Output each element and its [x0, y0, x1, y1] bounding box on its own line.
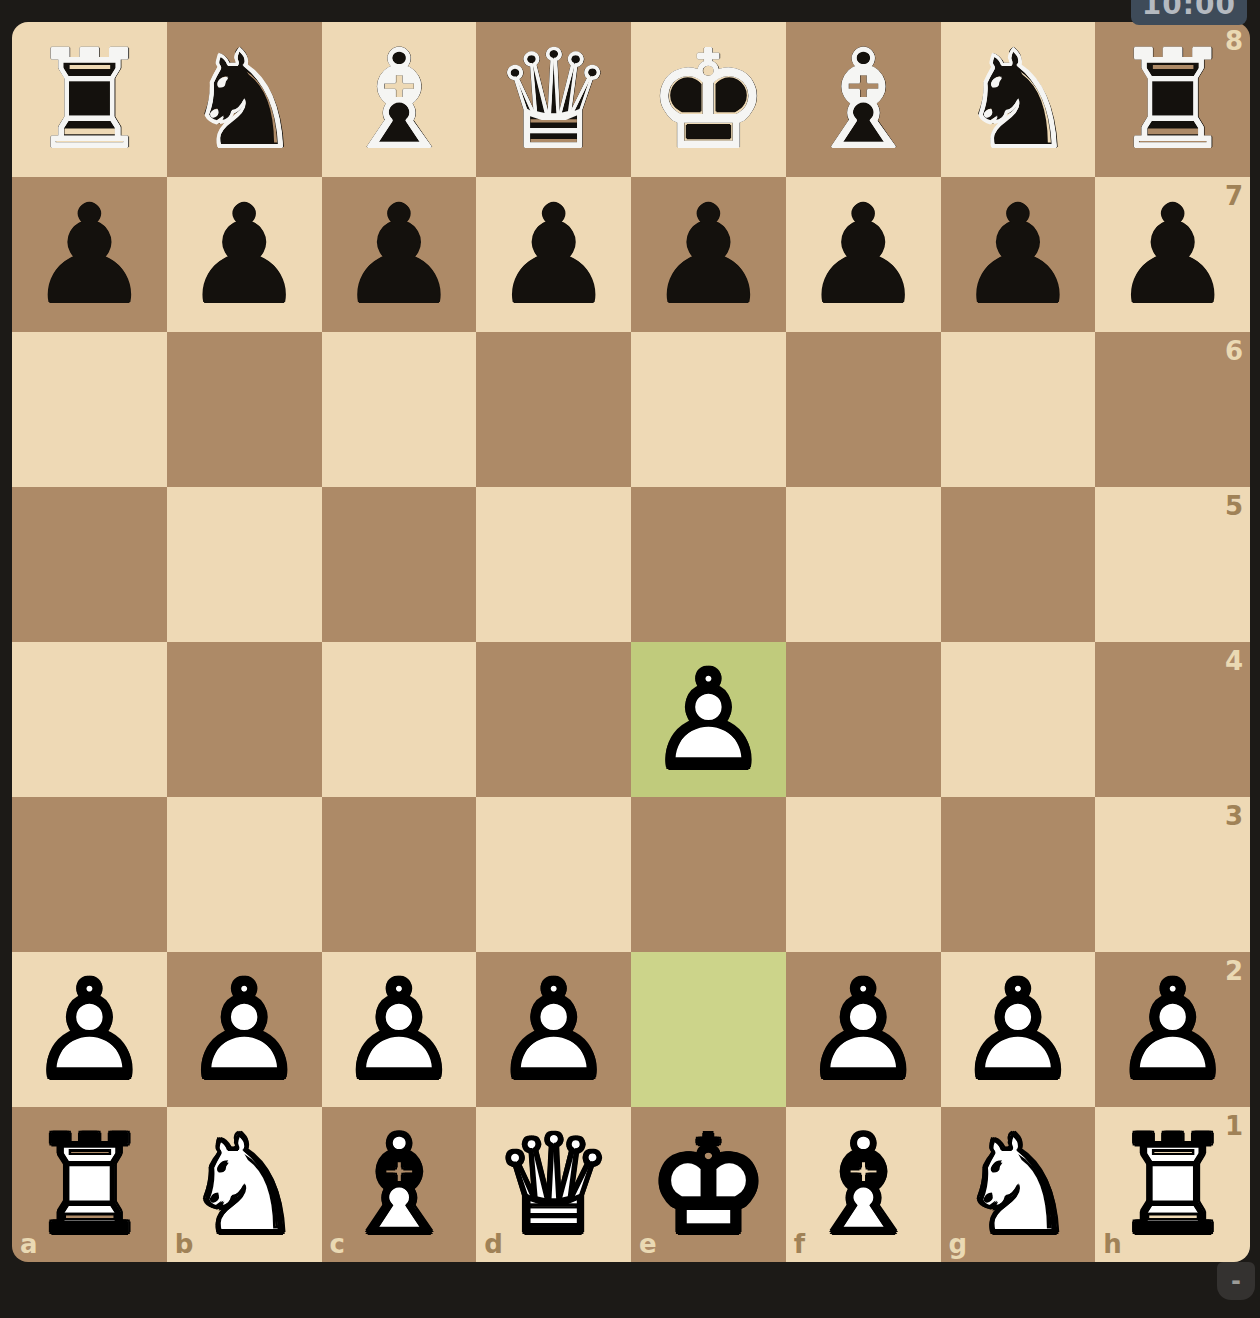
king-detail-lines: ♔ — [631, 1107, 786, 1262]
square-e2[interactable] — [631, 952, 786, 1107]
bishop-detail-lines: ♗ — [786, 1107, 941, 1262]
pawn-detail-lines: ♙ — [631, 642, 786, 797]
square-c8[interactable]: ♝♗ — [322, 22, 477, 177]
piece-black-pawn[interactable]: ♟ — [476, 177, 631, 332]
piece-white-knight[interactable]: ♞♘ — [941, 1107, 1096, 1262]
square-c2[interactable]: ♟♙ — [322, 952, 477, 1107]
piece-black-pawn[interactable]: ♟ — [167, 177, 322, 332]
square-g1[interactable]: ♞♘g — [941, 1107, 1096, 1262]
pawn-glyph: ♟ — [322, 177, 477, 332]
pawn-detail-lines: ♙ — [322, 952, 477, 1107]
square-h1[interactable]: ♜♖h1 — [1095, 1107, 1250, 1262]
square-e3[interactable] — [631, 797, 786, 952]
pawn-glyph: ♟ — [476, 177, 631, 332]
square-h6[interactable]: 6 — [1095, 332, 1250, 487]
square-b7[interactable]: ♟ — [167, 177, 322, 332]
pawn-detail-lines: ♙ — [941, 952, 1096, 1107]
coord-rank-6: 6 — [1225, 338, 1243, 364]
queen-detail-lines: ♕ — [476, 1107, 631, 1262]
piece-white-rook[interactable]: ♜♖ — [12, 1107, 167, 1262]
square-a7[interactable]: ♟ — [12, 177, 167, 332]
pawn-glyph: ♟ — [322, 952, 477, 1107]
rook-detail-lines: ♖ — [12, 1107, 167, 1262]
knight-detail-lines: ♘ — [167, 22, 322, 177]
piece-white-pawn[interactable]: ♟♙ — [1095, 952, 1250, 1107]
bishop-glyph: ♝ — [322, 1107, 477, 1262]
piece-white-pawn[interactable]: ♟♙ — [631, 642, 786, 797]
piece-white-bishop[interactable]: ♝♗ — [786, 1107, 941, 1262]
square-e6[interactable] — [631, 332, 786, 487]
square-d1[interactable]: ♛♕d — [476, 1107, 631, 1262]
square-g8[interactable]: ♞♘ — [941, 22, 1096, 177]
square-e1[interactable]: ♚♔e — [631, 1107, 786, 1262]
pawn-glyph: ♟ — [12, 952, 167, 1107]
pawn-glyph: ♟ — [786, 952, 941, 1107]
king-glyph: ♚ — [631, 22, 786, 177]
piece-white-pawn[interactable]: ♟♙ — [12, 952, 167, 1107]
square-h4[interactable]: 4 — [1095, 642, 1250, 797]
knight-glyph: ♞ — [941, 22, 1096, 177]
square-h3[interactable]: 3 — [1095, 797, 1250, 952]
piece-white-bishop[interactable]: ♝♗ — [322, 1107, 477, 1262]
bishop-detail-lines: ♗ — [322, 22, 477, 177]
piece-black-knight[interactable]: ♞♘ — [167, 22, 322, 177]
pawn-detail-lines: ♙ — [1095, 952, 1250, 1107]
minimize-button[interactable]: - — [1217, 1262, 1255, 1300]
square-d8[interactable]: ♛♕ — [476, 22, 631, 177]
rook-detail-lines: ♖ — [1095, 1107, 1250, 1262]
bishop-glyph: ♝ — [786, 1107, 941, 1262]
piece-white-queen[interactable]: ♛♕ — [476, 1107, 631, 1262]
square-a4[interactable] — [12, 642, 167, 797]
bishop-detail-lines: ♗ — [322, 1107, 477, 1262]
square-a8[interactable]: ♜♖ — [12, 22, 167, 177]
pawn-glyph: ♟ — [167, 952, 322, 1107]
rook-detail-lines: ♖ — [12, 22, 167, 177]
pawn-glyph: ♟ — [167, 177, 322, 332]
rook-glyph: ♜ — [1095, 1107, 1250, 1262]
pawn-glyph: ♟ — [1095, 952, 1250, 1107]
piece-white-knight[interactable]: ♞♘ — [167, 1107, 322, 1262]
piece-black-rook[interactable]: ♜♖ — [12, 22, 167, 177]
square-c6[interactable] — [322, 332, 477, 487]
square-b6[interactable] — [167, 332, 322, 487]
pawn-detail-lines: ♙ — [786, 952, 941, 1107]
piece-black-rook[interactable]: ♜♖ — [1095, 22, 1250, 177]
piece-white-rook[interactable]: ♜♖ — [1095, 1107, 1250, 1262]
piece-black-pawn[interactable]: ♟ — [941, 177, 1096, 332]
rook-detail-lines: ♖ — [1095, 22, 1250, 177]
square-c5[interactable] — [322, 487, 477, 642]
chess-board: ♜♖♞♘♝♗♛♕♚♔♝♗♞♘♜♖8♟♟♟♟♟♟♟♟765♟♙43♟♙♟♙♟♙♟♙… — [12, 22, 1250, 1262]
rook-glyph: ♜ — [12, 1107, 167, 1262]
piece-black-pawn[interactable]: ♟ — [322, 177, 477, 332]
square-g7[interactable]: ♟ — [941, 177, 1096, 332]
square-f7[interactable]: ♟ — [786, 177, 941, 332]
piece-white-pawn[interactable]: ♟♙ — [167, 952, 322, 1107]
square-a3[interactable] — [12, 797, 167, 952]
square-h8[interactable]: ♜♖8 — [1095, 22, 1250, 177]
piece-black-pawn[interactable]: ♟ — [1095, 177, 1250, 332]
piece-black-knight[interactable]: ♞♘ — [941, 22, 1096, 177]
square-h7[interactable]: ♟7 — [1095, 177, 1250, 332]
rook-glyph: ♜ — [12, 22, 167, 177]
square-e4[interactable]: ♟♙ — [631, 642, 786, 797]
square-a5[interactable] — [12, 487, 167, 642]
knight-detail-lines: ♘ — [941, 22, 1096, 177]
pawn-glyph: ♟ — [941, 177, 1096, 332]
pawn-glyph: ♟ — [631, 177, 786, 332]
pawn-detail-lines: ♙ — [12, 952, 167, 1107]
square-c1[interactable]: ♝♗c — [322, 1107, 477, 1262]
square-d7[interactable]: ♟ — [476, 177, 631, 332]
knight-glyph: ♞ — [167, 1107, 322, 1262]
piece-black-pawn[interactable]: ♟ — [631, 177, 786, 332]
square-d6[interactable] — [476, 332, 631, 487]
square-a1[interactable]: ♜♖a — [12, 1107, 167, 1262]
square-f5[interactable] — [786, 487, 941, 642]
piece-black-pawn[interactable]: ♟ — [12, 177, 167, 332]
square-h2[interactable]: ♟♙2 — [1095, 952, 1250, 1107]
square-g4[interactable] — [941, 642, 1096, 797]
knight-detail-lines: ♘ — [941, 1107, 1096, 1262]
square-b4[interactable] — [167, 642, 322, 797]
piece-white-pawn[interactable]: ♟♙ — [322, 952, 477, 1107]
piece-black-queen[interactable]: ♛♕ — [476, 22, 631, 177]
square-f1[interactable]: ♝♗f — [786, 1107, 941, 1262]
bishop-glyph: ♝ — [322, 22, 477, 177]
square-e7[interactable]: ♟ — [631, 177, 786, 332]
bishop-glyph: ♝ — [786, 22, 941, 177]
knight-detail-lines: ♘ — [167, 1107, 322, 1262]
square-b1[interactable]: ♞♘b — [167, 1107, 322, 1262]
coord-rank-5: 5 — [1225, 493, 1243, 519]
square-d3[interactable] — [476, 797, 631, 952]
game-clock: 10:00 — [1131, 0, 1247, 25]
square-e5[interactable] — [631, 487, 786, 642]
coord-rank-3: 3 — [1225, 803, 1243, 829]
square-b5[interactable] — [167, 487, 322, 642]
piece-white-pawn[interactable]: ♟♙ — [941, 952, 1096, 1107]
square-d2[interactable]: ♟♙ — [476, 952, 631, 1107]
square-d5[interactable] — [476, 487, 631, 642]
piece-white-king[interactable]: ♚♔ — [631, 1107, 786, 1262]
knight-glyph: ♞ — [167, 22, 322, 177]
square-e8[interactable]: ♚♔ — [631, 22, 786, 177]
square-c3[interactable] — [322, 797, 477, 952]
square-b8[interactable]: ♞♘ — [167, 22, 322, 177]
square-h5[interactable]: 5 — [1095, 487, 1250, 642]
knight-glyph: ♞ — [941, 1107, 1096, 1262]
pawn-glyph: ♟ — [476, 952, 631, 1107]
square-a6[interactable] — [12, 332, 167, 487]
square-g5[interactable] — [941, 487, 1096, 642]
square-g2[interactable]: ♟♙ — [941, 952, 1096, 1107]
square-c4[interactable] — [322, 642, 477, 797]
bishop-detail-lines: ♗ — [786, 22, 941, 177]
square-b3[interactable] — [167, 797, 322, 952]
square-f6[interactable] — [786, 332, 941, 487]
queen-detail-lines: ♕ — [476, 22, 631, 177]
square-g6[interactable] — [941, 332, 1096, 487]
square-a2[interactable]: ♟♙ — [12, 952, 167, 1107]
pawn-glyph: ♟ — [1095, 177, 1250, 332]
square-g3[interactable] — [941, 797, 1096, 952]
pawn-glyph: ♟ — [941, 952, 1096, 1107]
queen-glyph: ♛ — [476, 1107, 631, 1262]
pawn-glyph: ♟ — [786, 177, 941, 332]
piece-black-bishop[interactable]: ♝♗ — [786, 22, 941, 177]
rook-glyph: ♜ — [1095, 22, 1250, 177]
square-c7[interactable]: ♟ — [322, 177, 477, 332]
square-f8[interactable]: ♝♗ — [786, 22, 941, 177]
coord-rank-4: 4 — [1225, 648, 1243, 674]
piece-black-king[interactable]: ♚♔ — [631, 22, 786, 177]
square-b2[interactable]: ♟♙ — [167, 952, 322, 1107]
pawn-glyph: ♟ — [631, 642, 786, 797]
queen-glyph: ♛ — [476, 22, 631, 177]
pawn-detail-lines: ♙ — [167, 952, 322, 1107]
piece-white-pawn[interactable]: ♟♙ — [476, 952, 631, 1107]
page: { "game": "chess", "position": { "fen": … — [0, 0, 1260, 1318]
piece-black-bishop[interactable]: ♝♗ — [322, 22, 477, 177]
square-d4[interactable] — [476, 642, 631, 797]
king-glyph: ♚ — [631, 1107, 786, 1262]
piece-white-pawn[interactable]: ♟♙ — [786, 952, 941, 1107]
square-f3[interactable] — [786, 797, 941, 952]
square-f2[interactable]: ♟♙ — [786, 952, 941, 1107]
pawn-detail-lines: ♙ — [476, 952, 631, 1107]
piece-black-pawn[interactable]: ♟ — [786, 177, 941, 332]
king-detail-lines: ♔ — [631, 22, 786, 177]
pawn-glyph: ♟ — [12, 177, 167, 332]
square-f4[interactable] — [786, 642, 941, 797]
